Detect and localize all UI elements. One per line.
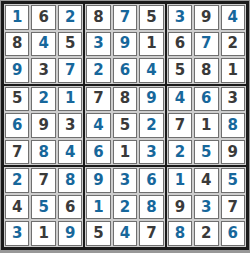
cell-r3c2[interactable]: 3 (31, 58, 55, 83)
cell-r3c7[interactable]: 5 (168, 58, 192, 83)
cell-r9c7[interactable]: 8 (168, 221, 192, 246)
cell-r2c5[interactable]: 9 (113, 32, 137, 57)
cell-r1c8[interactable]: 9 (194, 5, 218, 30)
sudoku-box-8: 936128547 (84, 166, 165, 248)
cell-r3c5[interactable]: 6 (113, 58, 137, 83)
cell-r5c4[interactable]: 4 (86, 113, 110, 138)
cell-r3c6[interactable]: 4 (139, 58, 163, 83)
cell-r4c8[interactable]: 6 (194, 87, 218, 112)
cell-r9c1[interactable]: 3 (5, 221, 29, 246)
cell-r1c4[interactable]: 8 (86, 5, 110, 30)
cell-r2c3[interactable]: 5 (58, 32, 82, 57)
cell-r5c2[interactable]: 9 (31, 113, 55, 138)
cell-r2c6[interactable]: 1 (139, 32, 163, 57)
cell-r7c4[interactable]: 9 (86, 168, 110, 193)
cell-r9c2[interactable]: 1 (31, 221, 55, 246)
cell-r8c1[interactable]: 4 (5, 195, 29, 220)
cell-r9c3[interactable]: 9 (58, 221, 82, 246)
cell-r3c9[interactable]: 1 (221, 58, 245, 83)
cell-r6c1[interactable]: 7 (5, 140, 29, 165)
cell-r9c6[interactable]: 7 (139, 221, 163, 246)
sudoku-box-2: 875391264 (84, 3, 165, 85)
cell-r8c5[interactable]: 2 (113, 195, 137, 220)
cell-r6c9[interactable]: 9 (221, 140, 245, 165)
cell-r5c6[interactable]: 2 (139, 113, 163, 138)
cell-r9c4[interactable]: 5 (86, 221, 110, 246)
cell-r4c1[interactable]: 5 (5, 87, 29, 112)
sudoku-frame: 1628459378753912643946725815216937847894… (0, 0, 250, 253)
cell-r7c3[interactable]: 8 (58, 168, 82, 193)
cell-r6c6[interactable]: 3 (139, 140, 163, 165)
cell-r6c4[interactable]: 6 (86, 140, 110, 165)
cell-r7c1[interactable]: 2 (5, 168, 29, 193)
cell-r3c4[interactable]: 2 (86, 58, 110, 83)
cell-r9c5[interactable]: 4 (113, 221, 137, 246)
cell-r2c2[interactable]: 4 (31, 32, 55, 57)
cell-r7c9[interactable]: 5 (221, 168, 245, 193)
cell-r6c7[interactable]: 2 (168, 140, 192, 165)
cell-r3c8[interactable]: 8 (194, 58, 218, 83)
sudoku-box-3: 394672581 (166, 3, 247, 85)
cell-r5c3[interactable]: 3 (58, 113, 82, 138)
cell-r8c4[interactable]: 1 (86, 195, 110, 220)
cell-r9c9[interactable]: 6 (221, 221, 245, 246)
cell-r2c9[interactable]: 2 (221, 32, 245, 57)
cell-r5c5[interactable]: 5 (113, 113, 137, 138)
cell-r4c2[interactable]: 2 (31, 87, 55, 112)
cell-r4c7[interactable]: 4 (168, 87, 192, 112)
cell-r2c8[interactable]: 7 (194, 32, 218, 57)
cell-r2c7[interactable]: 6 (168, 32, 192, 57)
cell-r7c6[interactable]: 6 (139, 168, 163, 193)
cell-r7c5[interactable]: 3 (113, 168, 137, 193)
sudoku-box-5: 789452613 (84, 85, 165, 167)
cell-r8c8[interactable]: 3 (194, 195, 218, 220)
cell-r7c8[interactable]: 4 (194, 168, 218, 193)
sudoku-box-1: 162845937 (3, 3, 84, 85)
sudoku-box-9: 145937826 (166, 166, 247, 248)
sudoku-box-6: 463718259 (166, 85, 247, 167)
sudoku-board: 1628459378753912643946725815216937847894… (1, 1, 249, 250)
cell-r1c6[interactable]: 5 (139, 5, 163, 30)
cell-r7c2[interactable]: 7 (31, 168, 55, 193)
cell-r6c3[interactable]: 4 (58, 140, 82, 165)
cell-r4c9[interactable]: 3 (221, 87, 245, 112)
cell-r4c5[interactable]: 8 (113, 87, 137, 112)
cell-r4c6[interactable]: 9 (139, 87, 163, 112)
cell-r1c7[interactable]: 3 (168, 5, 192, 30)
cell-r8c9[interactable]: 7 (221, 195, 245, 220)
cell-r5c9[interactable]: 8 (221, 113, 245, 138)
cell-r5c7[interactable]: 7 (168, 113, 192, 138)
cell-r6c5[interactable]: 1 (113, 140, 137, 165)
cell-r1c9[interactable]: 4 (221, 5, 245, 30)
sudoku-box-7: 278456319 (3, 166, 84, 248)
cell-r5c1[interactable]: 6 (5, 113, 29, 138)
cell-r1c2[interactable]: 6 (31, 5, 55, 30)
cell-r2c4[interactable]: 3 (86, 32, 110, 57)
sudoku-box-4: 521693784 (3, 85, 84, 167)
cell-r8c6[interactable]: 8 (139, 195, 163, 220)
cell-r8c7[interactable]: 9 (168, 195, 192, 220)
cell-r3c3[interactable]: 7 (58, 58, 82, 83)
cell-r1c5[interactable]: 7 (113, 5, 137, 30)
cell-r4c3[interactable]: 1 (58, 87, 82, 112)
cell-r8c2[interactable]: 5 (31, 195, 55, 220)
cell-r4c4[interactable]: 7 (86, 87, 110, 112)
cell-r6c8[interactable]: 5 (194, 140, 218, 165)
cell-r1c3[interactable]: 2 (58, 5, 82, 30)
cell-r1c1[interactable]: 1 (5, 5, 29, 30)
cell-r6c2[interactable]: 8 (31, 140, 55, 165)
cell-r5c8[interactable]: 1 (194, 113, 218, 138)
cell-r3c1[interactable]: 9 (5, 58, 29, 83)
cell-r2c1[interactable]: 8 (5, 32, 29, 57)
cell-r9c8[interactable]: 2 (194, 221, 218, 246)
cell-r7c7[interactable]: 1 (168, 168, 192, 193)
cell-r8c3[interactable]: 6 (58, 195, 82, 220)
